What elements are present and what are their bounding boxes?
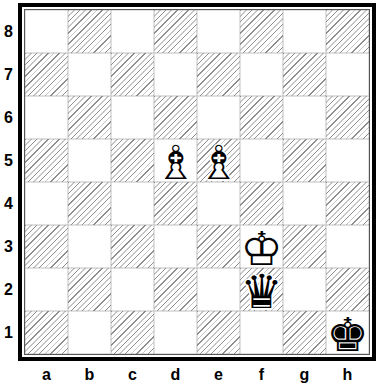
- square-a6[interactable]: [25, 96, 68, 139]
- square-d4[interactable]: [154, 182, 197, 225]
- square-a7[interactable]: [25, 53, 68, 96]
- square-f6[interactable]: [240, 96, 283, 139]
- piece-white-bishop-d5[interactable]: ♝♗: [154, 139, 197, 182]
- square-h5[interactable]: [326, 139, 369, 182]
- rank-label-7: 7: [0, 53, 17, 96]
- square-a2[interactable]: [25, 268, 68, 311]
- rank-label-1: 1: [0, 311, 17, 354]
- square-c2[interactable]: [111, 268, 154, 311]
- square-h3[interactable]: [326, 225, 369, 268]
- square-f4[interactable]: [240, 182, 283, 225]
- square-e4[interactable]: [197, 182, 240, 225]
- rank-label-4: 4: [0, 182, 17, 225]
- square-d7[interactable]: [154, 53, 197, 96]
- square-g8[interactable]: [283, 10, 326, 53]
- square-c1[interactable]: [111, 311, 154, 354]
- white-bishop-icon: ♗: [197, 139, 239, 186]
- file-label-d: d: [154, 361, 197, 388]
- rank-label-5: 5: [0, 139, 17, 182]
- square-f7[interactable]: [240, 53, 283, 96]
- square-a8[interactable]: [25, 10, 68, 53]
- square-h6[interactable]: [326, 96, 369, 139]
- file-label-a: a: [25, 361, 68, 388]
- white-bishop-icon: ♗: [154, 139, 196, 186]
- square-e2[interactable]: [197, 268, 240, 311]
- square-b1[interactable]: [68, 311, 111, 354]
- square-g6[interactable]: [283, 96, 326, 139]
- square-h8[interactable]: [326, 10, 369, 53]
- square-e7[interactable]: [197, 53, 240, 96]
- square-g5[interactable]: [283, 139, 326, 182]
- square-g1[interactable]: [283, 311, 326, 354]
- square-f2[interactable]: ♛♛: [240, 268, 283, 311]
- file-label-g: g: [283, 361, 326, 388]
- square-h7[interactable]: [326, 53, 369, 96]
- rank-label-2: 2: [0, 268, 17, 311]
- rank-label-3: 3: [0, 225, 17, 268]
- square-b5[interactable]: [68, 139, 111, 182]
- square-a4[interactable]: [25, 182, 68, 225]
- file-label-h: h: [326, 361, 369, 388]
- square-e6[interactable]: [197, 96, 240, 139]
- board-frame: ♝♗♝♗♚♔♛♛♚♚: [18, 3, 376, 361]
- square-f5[interactable]: [240, 139, 283, 182]
- chess-diagram: ♝♗♝♗♚♔♛♛♚♚ 87654321 abcdefgh: [0, 0, 385, 389]
- square-b3[interactable]: [68, 225, 111, 268]
- square-a5[interactable]: [25, 139, 68, 182]
- black-queen-icon: ♛: [240, 268, 282, 315]
- black-king-icon: ♚: [326, 311, 368, 358]
- square-e3[interactable]: [197, 225, 240, 268]
- square-d5[interactable]: ♝♗: [154, 139, 197, 182]
- square-b4[interactable]: [68, 182, 111, 225]
- file-label-f: f: [240, 361, 283, 388]
- square-d6[interactable]: [154, 96, 197, 139]
- rank-label-8: 8: [0, 10, 17, 53]
- piece-white-bishop-e5[interactable]: ♝♗: [197, 139, 240, 182]
- file-label-c: c: [111, 361, 154, 388]
- rank-label-6: 6: [0, 96, 17, 139]
- square-c6[interactable]: [111, 96, 154, 139]
- square-b2[interactable]: [68, 268, 111, 311]
- square-b8[interactable]: [68, 10, 111, 53]
- square-d8[interactable]: [154, 10, 197, 53]
- square-d3[interactable]: [154, 225, 197, 268]
- square-f1[interactable]: [240, 311, 283, 354]
- square-d2[interactable]: [154, 268, 197, 311]
- square-g2[interactable]: [283, 268, 326, 311]
- square-c5[interactable]: [111, 139, 154, 182]
- piece-white-king-f3[interactable]: ♚♔: [240, 225, 283, 268]
- board-inner-border: ♝♗♝♗♚♔♛♛♚♚: [24, 9, 370, 355]
- square-b7[interactable]: [68, 53, 111, 96]
- square-e8[interactable]: [197, 10, 240, 53]
- square-c3[interactable]: [111, 225, 154, 268]
- square-c4[interactable]: [111, 182, 154, 225]
- square-g4[interactable]: [283, 182, 326, 225]
- square-c7[interactable]: [111, 53, 154, 96]
- square-h4[interactable]: [326, 182, 369, 225]
- file-label-e: e: [197, 361, 240, 388]
- square-a1[interactable]: [25, 311, 68, 354]
- square-e1[interactable]: [197, 311, 240, 354]
- piece-black-king-h1[interactable]: ♚♚: [326, 311, 369, 354]
- square-d1[interactable]: [154, 311, 197, 354]
- square-h1[interactable]: ♚♚: [326, 311, 369, 354]
- file-label-b: b: [68, 361, 111, 388]
- piece-black-queen-f2[interactable]: ♛♛: [240, 268, 283, 311]
- square-b6[interactable]: [68, 96, 111, 139]
- square-h2[interactable]: [326, 268, 369, 311]
- square-f8[interactable]: [240, 10, 283, 53]
- square-g3[interactable]: [283, 225, 326, 268]
- square-c8[interactable]: [111, 10, 154, 53]
- board-grid: ♝♗♝♗♚♔♛♛♚♚: [25, 10, 369, 354]
- square-g7[interactable]: [283, 53, 326, 96]
- square-f3[interactable]: ♚♔: [240, 225, 283, 268]
- square-e5[interactable]: ♝♗: [197, 139, 240, 182]
- square-a3[interactable]: [25, 225, 68, 268]
